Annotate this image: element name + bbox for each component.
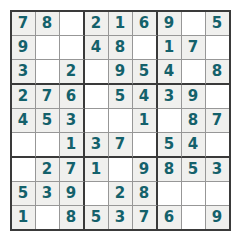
cell-r9c5[interactable]: 3 — [109, 206, 133, 229]
cell-r3c1[interactable]: 3 — [12, 60, 36, 85]
cell-r5c4[interactable] — [85, 109, 109, 133]
cell-r3c2[interactable] — [36, 60, 60, 85]
cell-r4c2[interactable]: 7 — [36, 85, 60, 109]
cell-r7c1[interactable] — [12, 158, 36, 182]
cell-r5c7[interactable] — [158, 109, 182, 133]
cell-r5c2[interactable]: 5 — [36, 109, 60, 133]
cell-r1c9[interactable]: 5 — [206, 12, 229, 36]
cell-r7c2[interactable]: 2 — [36, 158, 60, 182]
sudoku-board: 7821695948173295482765439453187137542719… — [10, 10, 231, 231]
cell-r4c4[interactable] — [85, 85, 109, 109]
cell-r5c9[interactable]: 7 — [206, 109, 229, 133]
cell-r8c8[interactable] — [182, 182, 206, 206]
cell-r1c3[interactable] — [60, 12, 85, 36]
cell-r7c5[interactable] — [109, 158, 133, 182]
cell-r8c5[interactable]: 2 — [109, 182, 133, 206]
cell-r3c8[interactable] — [182, 60, 206, 85]
cell-r2c9[interactable] — [206, 36, 229, 60]
cell-r1c4[interactable]: 2 — [85, 12, 109, 36]
cell-r5c1[interactable]: 4 — [12, 109, 36, 133]
cell-r5c5[interactable] — [109, 109, 133, 133]
cell-r2c2[interactable] — [36, 36, 60, 60]
cell-r8c1[interactable]: 5 — [12, 182, 36, 206]
cell-r5c3[interactable]: 3 — [60, 109, 85, 133]
cell-r2c6[interactable] — [133, 36, 158, 60]
cell-r6c6[interactable] — [133, 133, 158, 158]
cell-r8c7[interactable] — [158, 182, 182, 206]
cell-r2c5[interactable]: 8 — [109, 36, 133, 60]
cell-r3c4[interactable] — [85, 60, 109, 85]
cell-r1c2[interactable]: 8 — [36, 12, 60, 36]
cell-r9c2[interactable] — [36, 206, 60, 229]
cell-r1c1[interactable]: 7 — [12, 12, 36, 36]
cell-r4c1[interactable]: 2 — [12, 85, 36, 109]
cell-r4c3[interactable]: 6 — [60, 85, 85, 109]
cell-r7c9[interactable]: 3 — [206, 158, 229, 182]
cell-r9c7[interactable]: 6 — [158, 206, 182, 229]
cell-r9c1[interactable]: 1 — [12, 206, 36, 229]
cell-r6c8[interactable]: 4 — [182, 133, 206, 158]
cell-r6c2[interactable] — [36, 133, 60, 158]
cell-r9c6[interactable]: 7 — [133, 206, 158, 229]
cell-r4c8[interactable]: 9 — [182, 85, 206, 109]
cell-r6c3[interactable]: 1 — [60, 133, 85, 158]
cell-r7c8[interactable]: 5 — [182, 158, 206, 182]
cell-r9c4[interactable]: 5 — [85, 206, 109, 229]
cell-r2c3[interactable] — [60, 36, 85, 60]
cell-r1c7[interactable]: 9 — [158, 12, 182, 36]
cell-r3c5[interactable]: 9 — [109, 60, 133, 85]
cell-r8c2[interactable]: 3 — [36, 182, 60, 206]
cell-r5c6[interactable]: 1 — [133, 109, 158, 133]
cell-r2c1[interactable]: 9 — [12, 36, 36, 60]
cell-r8c9[interactable] — [206, 182, 229, 206]
cell-r9c8[interactable] — [182, 206, 206, 229]
cell-r3c9[interactable]: 8 — [206, 60, 229, 85]
cell-r2c8[interactable]: 7 — [182, 36, 206, 60]
cell-r7c7[interactable]: 8 — [158, 158, 182, 182]
cell-r9c9[interactable]: 9 — [206, 206, 229, 229]
cell-r6c1[interactable] — [12, 133, 36, 158]
cell-r2c4[interactable]: 4 — [85, 36, 109, 60]
cell-r7c3[interactable]: 7 — [60, 158, 85, 182]
cell-r2c7[interactable]: 1 — [158, 36, 182, 60]
cell-r1c8[interactable] — [182, 12, 206, 36]
cell-r6c7[interactable]: 5 — [158, 133, 182, 158]
cell-r6c5[interactable]: 7 — [109, 133, 133, 158]
cell-r8c3[interactable]: 9 — [60, 182, 85, 206]
cell-r4c7[interactable]: 3 — [158, 85, 182, 109]
cell-r4c5[interactable]: 5 — [109, 85, 133, 109]
cell-r9c3[interactable]: 8 — [60, 206, 85, 229]
cell-r1c5[interactable]: 1 — [109, 12, 133, 36]
cell-r8c4[interactable] — [85, 182, 109, 206]
cell-r7c6[interactable]: 9 — [133, 158, 158, 182]
cell-r4c9[interactable] — [206, 85, 229, 109]
cell-r5c8[interactable]: 8 — [182, 109, 206, 133]
cell-r4c6[interactable]: 4 — [133, 85, 158, 109]
page: 7821695948173295482765439453187137542719… — [0, 0, 240, 240]
cell-r7c4[interactable]: 1 — [85, 158, 109, 182]
cell-r6c4[interactable]: 3 — [85, 133, 109, 158]
cell-r6c9[interactable] — [206, 133, 229, 158]
cell-r3c7[interactable]: 4 — [158, 60, 182, 85]
cell-r1c6[interactable]: 6 — [133, 12, 158, 36]
cell-r3c3[interactable]: 2 — [60, 60, 85, 85]
cell-r8c6[interactable]: 8 — [133, 182, 158, 206]
cell-r3c6[interactable]: 5 — [133, 60, 158, 85]
